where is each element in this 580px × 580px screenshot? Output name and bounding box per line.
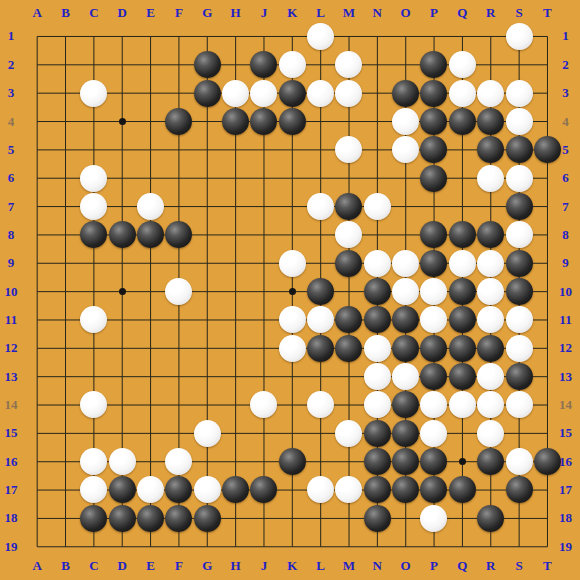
intersection[interactable]: [306, 419, 334, 447]
intersection[interactable]: [136, 221, 164, 249]
intersection[interactable]: [363, 391, 391, 419]
intersection[interactable]: [533, 136, 561, 164]
intersection[interactable]: [335, 306, 363, 334]
intersection[interactable]: [80, 447, 108, 475]
intersection[interactable]: [505, 51, 533, 79]
intersection[interactable]: [250, 447, 278, 475]
intersection[interactable]: [391, 79, 419, 107]
intersection[interactable]: [51, 22, 79, 50]
intersection[interactable]: [108, 334, 136, 362]
intersection[interactable]: [306, 22, 334, 50]
intersection[interactable]: [23, 221, 51, 249]
intersection[interactable]: [420, 22, 448, 50]
intersection[interactable]: [363, 107, 391, 135]
intersection[interactable]: [165, 362, 193, 390]
intersection[interactable]: [51, 306, 79, 334]
intersection[interactable]: [477, 192, 505, 220]
intersection[interactable]: [193, 79, 221, 107]
intersection[interactable]: [335, 419, 363, 447]
intersection[interactable]: [51, 362, 79, 390]
intersection[interactable]: [420, 164, 448, 192]
intersection[interactable]: [80, 419, 108, 447]
intersection[interactable]: [448, 136, 476, 164]
intersection[interactable]: [420, 419, 448, 447]
intersection[interactable]: [51, 249, 79, 277]
intersection[interactable]: [165, 447, 193, 475]
intersection[interactable]: [363, 334, 391, 362]
intersection[interactable]: [477, 532, 505, 560]
intersection[interactable]: [448, 51, 476, 79]
intersection[interactable]: [335, 504, 363, 532]
intersection[interactable]: [23, 447, 51, 475]
intersection[interactable]: [193, 306, 221, 334]
intersection[interactable]: [250, 306, 278, 334]
intersection[interactable]: [23, 249, 51, 277]
intersection[interactable]: [391, 334, 419, 362]
intersection[interactable]: [250, 164, 278, 192]
intersection[interactable]: [363, 532, 391, 560]
intersection[interactable]: [250, 362, 278, 390]
intersection[interactable]: [278, 192, 306, 220]
intersection[interactable]: [250, 107, 278, 135]
intersection[interactable]: [420, 334, 448, 362]
intersection[interactable]: [420, 192, 448, 220]
intersection[interactable]: [420, 504, 448, 532]
intersection[interactable]: [477, 51, 505, 79]
intersection[interactable]: [420, 306, 448, 334]
intersection[interactable]: [221, 504, 249, 532]
intersection[interactable]: [391, 532, 419, 560]
intersection[interactable]: [278, 51, 306, 79]
intersection[interactable]: [533, 249, 561, 277]
intersection[interactable]: [391, 221, 419, 249]
intersection[interactable]: [448, 504, 476, 532]
intersection[interactable]: [306, 107, 334, 135]
intersection[interactable]: [250, 136, 278, 164]
intersection[interactable]: [80, 476, 108, 504]
intersection[interactable]: [448, 306, 476, 334]
intersection[interactable]: [250, 221, 278, 249]
intersection[interactable]: [335, 22, 363, 50]
intersection[interactable]: [221, 107, 249, 135]
intersection[interactable]: [448, 334, 476, 362]
intersection[interactable]: [108, 504, 136, 532]
intersection[interactable]: [477, 447, 505, 475]
intersection[interactable]: [165, 51, 193, 79]
intersection[interactable]: [448, 532, 476, 560]
intersection[interactable]: [363, 249, 391, 277]
intersection[interactable]: [221, 22, 249, 50]
intersection[interactable]: [505, 192, 533, 220]
intersection[interactable]: [533, 79, 561, 107]
intersection[interactable]: [221, 362, 249, 390]
intersection[interactable]: [448, 277, 476, 305]
intersection[interactable]: [363, 51, 391, 79]
intersection[interactable]: [136, 532, 164, 560]
intersection[interactable]: [51, 334, 79, 362]
intersection[interactable]: [477, 277, 505, 305]
intersection[interactable]: [363, 362, 391, 390]
intersection[interactable]: [108, 136, 136, 164]
intersection[interactable]: [80, 504, 108, 532]
intersection[interactable]: [221, 306, 249, 334]
intersection[interactable]: [108, 164, 136, 192]
intersection[interactable]: [505, 79, 533, 107]
intersection[interactable]: [221, 476, 249, 504]
intersection[interactable]: [363, 79, 391, 107]
intersection[interactable]: [108, 419, 136, 447]
intersection[interactable]: [533, 447, 561, 475]
intersection[interactable]: [23, 476, 51, 504]
intersection[interactable]: [250, 504, 278, 532]
intersection[interactable]: [335, 362, 363, 390]
intersection[interactable]: [193, 107, 221, 135]
intersection[interactable]: [165, 306, 193, 334]
intersection[interactable]: [335, 164, 363, 192]
intersection[interactable]: [80, 79, 108, 107]
intersection[interactable]: [448, 164, 476, 192]
intersection[interactable]: [80, 51, 108, 79]
intersection[interactable]: [505, 504, 533, 532]
intersection[interactable]: [193, 221, 221, 249]
intersection[interactable]: [193, 192, 221, 220]
intersection[interactable]: [23, 419, 51, 447]
intersection[interactable]: [533, 306, 561, 334]
intersection[interactable]: [136, 164, 164, 192]
intersection[interactable]: [278, 532, 306, 560]
intersection[interactable]: [391, 391, 419, 419]
intersection[interactable]: [23, 306, 51, 334]
intersection[interactable]: [505, 277, 533, 305]
intersection[interactable]: [278, 391, 306, 419]
intersection[interactable]: [306, 362, 334, 390]
intersection[interactable]: [250, 249, 278, 277]
intersection[interactable]: [477, 221, 505, 249]
intersection[interactable]: [165, 221, 193, 249]
intersection[interactable]: [306, 79, 334, 107]
intersection[interactable]: [363, 476, 391, 504]
intersection[interactable]: [420, 447, 448, 475]
intersection[interactable]: [165, 334, 193, 362]
intersection[interactable]: [136, 249, 164, 277]
intersection[interactable]: [136, 476, 164, 504]
intersection[interactable]: [420, 362, 448, 390]
intersection[interactable]: [136, 136, 164, 164]
intersection[interactable]: [23, 136, 51, 164]
intersection[interactable]: [391, 164, 419, 192]
intersection[interactable]: [363, 447, 391, 475]
intersection[interactable]: [108, 306, 136, 334]
intersection[interactable]: [448, 249, 476, 277]
intersection[interactable]: [391, 192, 419, 220]
intersection[interactable]: [448, 79, 476, 107]
intersection[interactable]: [136, 79, 164, 107]
intersection[interactable]: [335, 391, 363, 419]
intersection[interactable]: [165, 419, 193, 447]
intersection[interactable]: [193, 164, 221, 192]
intersection[interactable]: [250, 532, 278, 560]
intersection[interactable]: [221, 51, 249, 79]
intersection[interactable]: [221, 277, 249, 305]
intersection[interactable]: [477, 249, 505, 277]
intersection[interactable]: [533, 334, 561, 362]
intersection[interactable]: [108, 476, 136, 504]
intersection[interactable]: [420, 532, 448, 560]
intersection[interactable]: [80, 306, 108, 334]
intersection[interactable]: [250, 51, 278, 79]
intersection[interactable]: [23, 107, 51, 135]
intersection[interactable]: [51, 447, 79, 475]
intersection[interactable]: [221, 447, 249, 475]
intersection[interactable]: [23, 22, 51, 50]
intersection[interactable]: [221, 532, 249, 560]
intersection[interactable]: [505, 249, 533, 277]
intersection[interactable]: [505, 164, 533, 192]
intersection[interactable]: [80, 277, 108, 305]
intersection[interactable]: [533, 164, 561, 192]
intersection[interactable]: [51, 221, 79, 249]
intersection[interactable]: [363, 504, 391, 532]
intersection[interactable]: [505, 306, 533, 334]
intersection[interactable]: [335, 221, 363, 249]
intersection[interactable]: [278, 249, 306, 277]
intersection[interactable]: [23, 79, 51, 107]
intersection[interactable]: [477, 362, 505, 390]
intersection[interactable]: [391, 504, 419, 532]
intersection[interactable]: [391, 249, 419, 277]
intersection[interactable]: [165, 476, 193, 504]
intersection[interactable]: [23, 334, 51, 362]
intersection[interactable]: [80, 164, 108, 192]
intersection[interactable]: [23, 51, 51, 79]
intersection[interactable]: [80, 192, 108, 220]
intersection[interactable]: [363, 22, 391, 50]
intersection[interactable]: [533, 504, 561, 532]
intersection[interactable]: [250, 419, 278, 447]
intersection[interactable]: [221, 221, 249, 249]
intersection[interactable]: [477, 391, 505, 419]
intersection[interactable]: [136, 107, 164, 135]
intersection[interactable]: [80, 532, 108, 560]
intersection[interactable]: [108, 107, 136, 135]
intersection[interactable]: [51, 136, 79, 164]
intersection[interactable]: [250, 277, 278, 305]
intersection[interactable]: [448, 391, 476, 419]
intersection[interactable]: [51, 164, 79, 192]
intersection[interactable]: [51, 51, 79, 79]
intersection[interactable]: [533, 476, 561, 504]
intersection[interactable]: [80, 136, 108, 164]
intersection[interactable]: [136, 192, 164, 220]
intersection[interactable]: [51, 419, 79, 447]
intersection[interactable]: [193, 362, 221, 390]
intersection[interactable]: [278, 107, 306, 135]
intersection[interactable]: [136, 51, 164, 79]
intersection[interactable]: [306, 221, 334, 249]
intersection[interactable]: [505, 221, 533, 249]
intersection[interactable]: [278, 221, 306, 249]
intersection[interactable]: [51, 79, 79, 107]
intersection[interactable]: [306, 192, 334, 220]
intersection[interactable]: [80, 362, 108, 390]
intersection[interactable]: [136, 419, 164, 447]
intersection[interactable]: [278, 306, 306, 334]
intersection[interactable]: [391, 419, 419, 447]
intersection[interactable]: [278, 136, 306, 164]
intersection[interactable]: [136, 306, 164, 334]
intersection[interactable]: [51, 192, 79, 220]
intersection[interactable]: [363, 277, 391, 305]
intersection[interactable]: [448, 107, 476, 135]
intersection[interactable]: [80, 22, 108, 50]
intersection[interactable]: [221, 192, 249, 220]
intersection[interactable]: [250, 79, 278, 107]
intersection[interactable]: [533, 362, 561, 390]
intersection[interactable]: [51, 476, 79, 504]
intersection[interactable]: [335, 51, 363, 79]
intersection[interactable]: [250, 22, 278, 50]
intersection[interactable]: [278, 362, 306, 390]
intersection[interactable]: [505, 136, 533, 164]
intersection[interactable]: [477, 79, 505, 107]
intersection[interactable]: [51, 391, 79, 419]
intersection[interactable]: [108, 22, 136, 50]
intersection[interactable]: [420, 136, 448, 164]
intersection[interactable]: [391, 277, 419, 305]
intersection[interactable]: [193, 504, 221, 532]
intersection[interactable]: [23, 277, 51, 305]
intersection[interactable]: [221, 164, 249, 192]
intersection[interactable]: [505, 476, 533, 504]
intersection[interactable]: [193, 447, 221, 475]
intersection[interactable]: [108, 447, 136, 475]
intersection[interactable]: [250, 192, 278, 220]
intersection[interactable]: [193, 334, 221, 362]
intersection[interactable]: [363, 419, 391, 447]
intersection[interactable]: [165, 164, 193, 192]
intersection[interactable]: [533, 192, 561, 220]
intersection[interactable]: [306, 504, 334, 532]
intersection[interactable]: [391, 22, 419, 50]
intersection[interactable]: [533, 51, 561, 79]
intersection[interactable]: [306, 306, 334, 334]
intersection[interactable]: [335, 192, 363, 220]
intersection[interactable]: [165, 79, 193, 107]
intersection[interactable]: [505, 447, 533, 475]
intersection[interactable]: [193, 277, 221, 305]
intersection[interactable]: [306, 136, 334, 164]
intersection[interactable]: [23, 504, 51, 532]
intersection[interactable]: [221, 419, 249, 447]
intersection[interactable]: [165, 192, 193, 220]
intersection[interactable]: [420, 277, 448, 305]
intersection[interactable]: [391, 306, 419, 334]
intersection[interactable]: [80, 221, 108, 249]
intersection[interactable]: [193, 136, 221, 164]
intersection[interactable]: [335, 532, 363, 560]
intersection[interactable]: [363, 192, 391, 220]
intersection[interactable]: [420, 391, 448, 419]
intersection[interactable]: [108, 221, 136, 249]
intersection[interactable]: [136, 334, 164, 362]
intersection[interactable]: [108, 277, 136, 305]
intersection[interactable]: [448, 192, 476, 220]
intersection[interactable]: [136, 277, 164, 305]
intersection[interactable]: [108, 51, 136, 79]
intersection[interactable]: [306, 164, 334, 192]
intersection[interactable]: [420, 476, 448, 504]
intersection[interactable]: [420, 249, 448, 277]
intersection[interactable]: [477, 419, 505, 447]
intersection[interactable]: [278, 334, 306, 362]
intersection[interactable]: [448, 419, 476, 447]
intersection[interactable]: [420, 79, 448, 107]
intersection[interactable]: [533, 391, 561, 419]
intersection[interactable]: [165, 136, 193, 164]
intersection[interactable]: [165, 22, 193, 50]
intersection[interactable]: [363, 221, 391, 249]
intersection[interactable]: [448, 221, 476, 249]
intersection[interactable]: [306, 447, 334, 475]
intersection[interactable]: [23, 362, 51, 390]
intersection[interactable]: [306, 51, 334, 79]
intersection[interactable]: [80, 107, 108, 135]
intersection[interactable]: [335, 334, 363, 362]
intersection[interactable]: [193, 532, 221, 560]
intersection[interactable]: [363, 306, 391, 334]
intersection[interactable]: [306, 334, 334, 362]
intersection[interactable]: [278, 22, 306, 50]
intersection[interactable]: [165, 277, 193, 305]
intersection[interactable]: [193, 249, 221, 277]
intersection[interactable]: [165, 107, 193, 135]
intersection[interactable]: [306, 532, 334, 560]
intersection[interactable]: [505, 22, 533, 50]
intersection[interactable]: [278, 277, 306, 305]
intersection[interactable]: [80, 334, 108, 362]
intersection[interactable]: [420, 107, 448, 135]
intersection[interactable]: [165, 249, 193, 277]
intersection[interactable]: [221, 79, 249, 107]
intersection[interactable]: [278, 476, 306, 504]
intersection[interactable]: [221, 136, 249, 164]
intersection[interactable]: [448, 447, 476, 475]
intersection[interactable]: [278, 419, 306, 447]
intersection[interactable]: [306, 476, 334, 504]
intersection[interactable]: [533, 277, 561, 305]
intersection[interactable]: [23, 532, 51, 560]
intersection[interactable]: [193, 419, 221, 447]
intersection[interactable]: [335, 249, 363, 277]
intersection[interactable]: [533, 532, 561, 560]
intersection[interactable]: [306, 391, 334, 419]
intersection[interactable]: [363, 164, 391, 192]
intersection[interactable]: [391, 107, 419, 135]
intersection[interactable]: [391, 51, 419, 79]
intersection[interactable]: [80, 391, 108, 419]
intersection[interactable]: [221, 249, 249, 277]
intersection[interactable]: [477, 136, 505, 164]
intersection[interactable]: [278, 79, 306, 107]
intersection[interactable]: [391, 362, 419, 390]
intersection[interactable]: [136, 22, 164, 50]
intersection[interactable]: [165, 532, 193, 560]
intersection[interactable]: [278, 447, 306, 475]
intersection[interactable]: [51, 277, 79, 305]
intersection[interactable]: [391, 136, 419, 164]
intersection[interactable]: [221, 391, 249, 419]
intersection[interactable]: [477, 334, 505, 362]
